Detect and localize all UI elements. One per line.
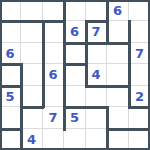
given-digit: 5	[5, 89, 14, 102]
cell-r5c2[interactable]	[21, 86, 43, 107]
cell-r1c7[interactable]	[129, 0, 150, 21]
cell-r7c2[interactable]: 4	[21, 129, 43, 150]
cell-r1c5[interactable]	[86, 0, 107, 21]
cell-r6c5[interactable]	[86, 107, 107, 129]
cell-r6c6[interactable]	[107, 107, 129, 129]
given-digit: 7	[135, 46, 144, 59]
given-digit: 2	[135, 89, 144, 102]
given-digit: 6	[70, 25, 79, 38]
cell-r6c7[interactable]	[129, 107, 150, 129]
cell-r2c4[interactable]: 6	[64, 21, 86, 43]
cell-r4c7[interactable]	[129, 64, 150, 86]
cell-r4c2[interactable]	[21, 64, 43, 86]
cell-r6c2[interactable]	[21, 107, 43, 129]
cell-r4c5[interactable]: 4	[86, 64, 107, 86]
given-digit: 5	[70, 111, 79, 124]
given-digit: 4	[27, 133, 36, 146]
cell-r3c5[interactable]	[86, 43, 107, 64]
cell-r4c4[interactable]	[64, 64, 86, 86]
cell-r2c1[interactable]	[0, 21, 21, 43]
cell-r1c2[interactable]	[21, 0, 43, 21]
given-digit: 7	[91, 25, 100, 38]
cell-r4c3[interactable]: 6	[43, 64, 64, 86]
cell-r7c6[interactable]	[107, 129, 129, 150]
cell-r6c4[interactable]: 5	[64, 107, 86, 129]
given-digit: 6	[113, 3, 122, 16]
cell-r3c3[interactable]	[43, 43, 64, 64]
cell-r1c4[interactable]	[64, 0, 86, 21]
cell-r3c4[interactable]	[64, 43, 86, 64]
cell-r3c1[interactable]: 6	[0, 43, 21, 64]
given-digit: 6	[5, 46, 14, 59]
cell-r7c3[interactable]	[43, 129, 64, 150]
cell-r2c7[interactable]	[129, 21, 150, 43]
puzzle-stage: 667676452754	[0, 0, 150, 150]
sudoku-board: 667676452754	[0, 0, 150, 150]
cell-r5c3[interactable]	[43, 86, 64, 107]
cell-r5c4[interactable]	[64, 86, 86, 107]
given-digit: 4	[91, 68, 100, 81]
cell-r3c2[interactable]	[21, 43, 43, 64]
cell-r7c5[interactable]	[86, 129, 107, 150]
cell-r3c6[interactable]	[107, 43, 129, 64]
cell-r2c5[interactable]: 7	[86, 21, 107, 43]
cell-r7c7[interactable]	[129, 129, 150, 150]
cell-r2c3[interactable]	[43, 21, 64, 43]
cell-r4c1[interactable]	[0, 64, 21, 86]
cell-r5c1[interactable]: 5	[0, 86, 21, 107]
cell-r7c4[interactable]	[64, 129, 86, 150]
given-digit: 7	[48, 111, 57, 124]
given-digit: 6	[48, 68, 57, 81]
cell-r4c6[interactable]	[107, 64, 129, 86]
cell-r6c1[interactable]	[0, 107, 21, 129]
cell-r1c3[interactable]	[43, 0, 64, 21]
cell-r5c7[interactable]: 2	[129, 86, 150, 107]
cell-r5c5[interactable]	[86, 86, 107, 107]
cell-r2c2[interactable]	[21, 21, 43, 43]
cell-r7c1[interactable]	[0, 129, 21, 150]
cell-r5c6[interactable]	[107, 86, 129, 107]
cell-r1c1[interactable]	[0, 0, 21, 21]
cell-r2c6[interactable]	[107, 21, 129, 43]
cell-r3c7[interactable]: 7	[129, 43, 150, 64]
cell-r1c6[interactable]: 6	[107, 0, 129, 21]
cell-r6c3[interactable]: 7	[43, 107, 64, 129]
